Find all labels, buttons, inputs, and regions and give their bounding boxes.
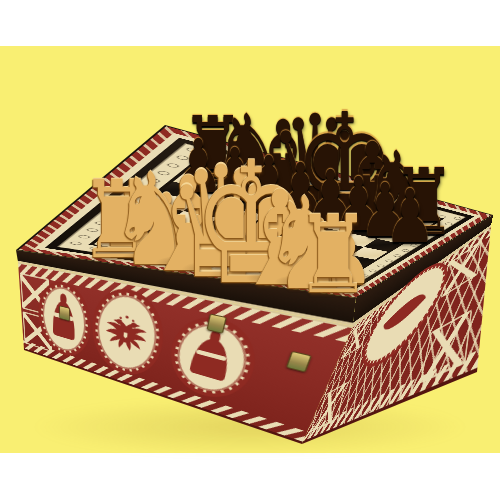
double-headed-eagle-icon	[102, 298, 154, 370]
latch-clasp-icon	[286, 351, 312, 373]
product-photo-scene: ♜♞♝♛♚♝♞♜♟♟♟♟♟♟♟♟♟♟♟♟♟♟♟♟♜♞♝♛♚♝♞♜	[0, 0, 500, 500]
latch-clasp-icon	[59, 305, 70, 321]
piece-white-rook-h1[interactable]: ♜	[291, 201, 375, 309]
bogatyr-helmet-icon	[190, 335, 233, 382]
piece-black-pawn-h7[interactable]: ♟	[381, 179, 439, 253]
